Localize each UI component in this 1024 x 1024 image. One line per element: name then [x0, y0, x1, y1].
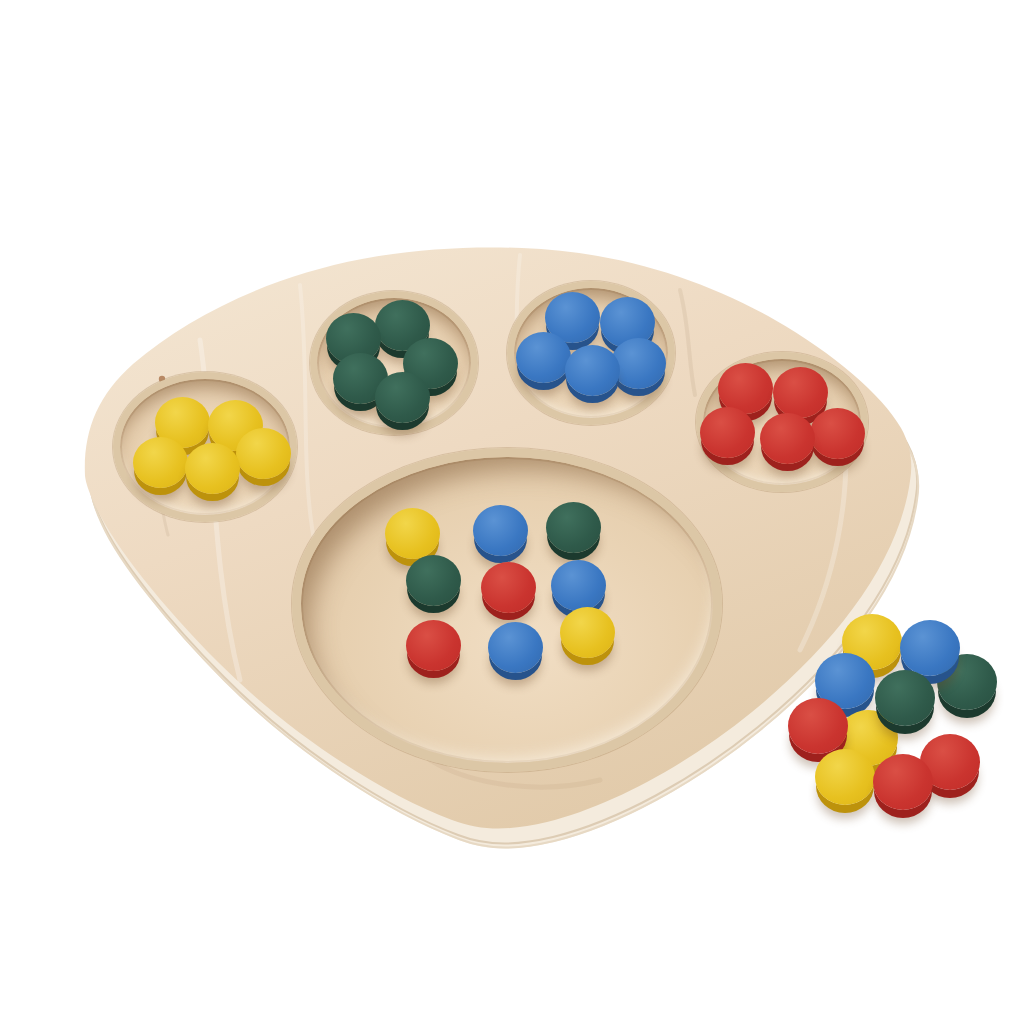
disc-red[interactable] [873, 754, 933, 810]
disc-red[interactable] [700, 407, 755, 458]
disc-blue[interactable] [551, 560, 606, 611]
disc-yellow[interactable] [185, 443, 240, 494]
disc-red[interactable] [810, 408, 865, 459]
disc-yellow[interactable] [560, 607, 615, 658]
disc-green[interactable] [546, 502, 601, 553]
disc-red[interactable] [773, 367, 828, 418]
disc-red[interactable] [788, 698, 848, 754]
disc-blue[interactable] [565, 345, 620, 396]
disc-blue[interactable] [900, 620, 960, 676]
disc-blue[interactable] [488, 622, 543, 673]
discs-layer [0, 0, 1024, 1024]
disc-yellow[interactable] [236, 428, 291, 479]
disc-green[interactable] [406, 555, 461, 606]
disc-red[interactable] [718, 363, 773, 414]
disc-blue[interactable] [516, 332, 571, 383]
disc-yellow[interactable] [385, 508, 440, 559]
disc-red[interactable] [406, 620, 461, 671]
disc-green[interactable] [875, 670, 935, 726]
disc-blue[interactable] [473, 505, 528, 556]
disc-green[interactable] [375, 372, 430, 423]
disc-yellow[interactable] [133, 437, 188, 488]
disc-yellow[interactable] [815, 749, 875, 805]
disc-red[interactable] [760, 413, 815, 464]
product-photo-scene [0, 0, 1024, 1024]
disc-red[interactable] [481, 562, 536, 613]
